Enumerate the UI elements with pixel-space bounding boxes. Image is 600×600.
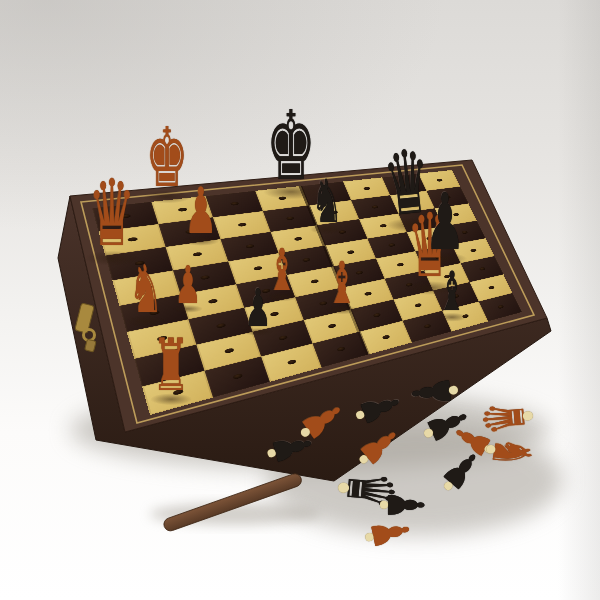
chess-piece-red-knight-a4[interactable]: ♞: [129, 257, 163, 323]
chess-piece-black-knight-f7[interactable]: ♞: [311, 171, 342, 231]
chess-piece-red-rook-a1[interactable]: ♜: [152, 329, 189, 401]
chess-piece-red-pawn-c7[interactable]: ♟: [184, 179, 217, 243]
chess-piece-red-king-b8[interactable]: ♚: [146, 117, 189, 199]
chess-piece-black-bishop-h2[interactable]: ♝: [438, 265, 466, 319]
photo-backdrop: ♚♛♟♞♟♝♝♛♜♚♞♛♟♟♝♟♟♟♟♟♟♛♟♞♛♟♟♟: [0, 0, 600, 600]
chess-piece-black-king-e8[interactable]: ♚: [266, 98, 316, 194]
chess-piece-red-bishop-e3[interactable]: ♝: [327, 254, 357, 312]
chess-piece-black-pawn-h4[interactable]: ♟: [425, 183, 466, 261]
chess-piece-red-pawn-b4[interactable]: ♟: [174, 259, 201, 311]
chess-piece-black-pawn-c3[interactable]: ♟: [244, 282, 271, 334]
chess-piece-red-queen-a7[interactable]: ♛: [88, 168, 136, 260]
